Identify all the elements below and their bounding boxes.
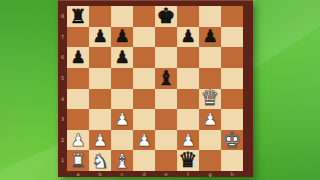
square-a7[interactable] <box>67 27 89 48</box>
chess-board: ♜♚♟♟♟♟♟♟♝♛♟♟♟♟♟♟♚♜♞♝♛ <box>67 6 243 171</box>
white-bishop: ♝ <box>113 151 131 171</box>
rank-label-2: 2 <box>58 130 67 151</box>
file-label-d: d <box>133 171 155 177</box>
square-a3[interactable] <box>67 109 89 130</box>
square-g4[interactable]: ♛ <box>199 89 221 110</box>
square-b3[interactable] <box>89 109 111 130</box>
square-f5[interactable] <box>177 68 199 89</box>
rank-label-7: 7 <box>58 27 67 48</box>
square-g8[interactable] <box>199 6 221 27</box>
square-g7[interactable]: ♟ <box>199 27 221 48</box>
square-d8[interactable] <box>133 6 155 27</box>
square-f7[interactable]: ♟ <box>177 27 199 48</box>
square-c4[interactable] <box>111 89 133 110</box>
square-c2[interactable] <box>111 130 133 151</box>
square-d2[interactable]: ♟ <box>133 130 155 151</box>
square-g6[interactable] <box>199 47 221 68</box>
square-c7[interactable]: ♟ <box>111 27 133 48</box>
square-b2[interactable]: ♟ <box>89 130 111 151</box>
file-label-e: e <box>155 171 177 177</box>
square-h7[interactable] <box>221 27 243 48</box>
rank-label-3: 3 <box>58 109 67 130</box>
black-queen: ♛ <box>179 150 198 171</box>
rank-label-1: 1 <box>58 150 67 171</box>
square-h5[interactable] <box>221 68 243 89</box>
square-c8[interactable] <box>111 6 133 27</box>
white-king: ♚ <box>223 130 242 151</box>
square-c5[interactable] <box>111 68 133 89</box>
square-e5[interactable]: ♝ <box>155 68 177 89</box>
square-h3[interactable] <box>221 109 243 130</box>
square-b5[interactable] <box>89 68 111 89</box>
square-d4[interactable] <box>133 89 155 110</box>
square-g3[interactable]: ♟ <box>199 109 221 130</box>
square-a8[interactable]: ♜ <box>67 6 89 27</box>
black-pawn: ♟ <box>202 28 217 45</box>
square-a4[interactable] <box>67 89 89 110</box>
rank-label-5: 5 <box>58 68 67 89</box>
square-h4[interactable] <box>221 89 243 110</box>
square-b4[interactable] <box>89 89 111 110</box>
square-d3[interactable] <box>133 109 155 130</box>
square-e7[interactable] <box>155 27 177 48</box>
square-d1[interactable] <box>133 150 155 171</box>
square-c1[interactable]: ♝ <box>111 150 133 171</box>
black-pawn: ♟ <box>114 49 129 66</box>
black-pawn: ♟ <box>92 28 107 45</box>
file-label-c: c <box>111 171 133 177</box>
white-knight: ♞ <box>91 151 109 171</box>
square-b7[interactable]: ♟ <box>89 27 111 48</box>
square-f8[interactable] <box>177 6 199 27</box>
square-d6[interactable] <box>133 47 155 68</box>
white-pawn: ♟ <box>180 132 195 149</box>
white-pawn: ♟ <box>136 132 151 149</box>
black-rook: ♜ <box>69 7 86 26</box>
rank-label-6: 6 <box>58 47 67 68</box>
square-h1[interactable] <box>221 150 243 171</box>
square-f1[interactable]: ♛ <box>177 150 199 171</box>
thumbnail-background: ♜♚♟♟♟♟♟♟♝♛♟♟♟♟♟♟♚♜♞♝♛ 87654321 abcdefgh <box>0 0 320 180</box>
black-pawn: ♟ <box>114 28 129 45</box>
rank-label-8: 8 <box>58 6 67 27</box>
square-c6[interactable]: ♟ <box>111 47 133 68</box>
square-d7[interactable] <box>133 27 155 48</box>
file-label-h: h <box>221 171 243 177</box>
black-bishop: ♝ <box>157 68 175 88</box>
square-f3[interactable] <box>177 109 199 130</box>
file-label-a: a <box>67 171 89 177</box>
file-label-f: f <box>177 171 199 177</box>
square-e8[interactable]: ♚ <box>155 6 177 27</box>
square-e2[interactable] <box>155 130 177 151</box>
white-pawn: ♟ <box>70 132 85 149</box>
square-a1[interactable]: ♜ <box>67 150 89 171</box>
square-f4[interactable] <box>177 89 199 110</box>
rank-label-4: 4 <box>58 89 67 110</box>
square-f6[interactable] <box>177 47 199 68</box>
black-king: ♚ <box>157 6 176 27</box>
white-pawn: ♟ <box>114 111 129 128</box>
black-pawn: ♟ <box>70 49 85 66</box>
file-label-b: b <box>89 171 111 177</box>
square-c3[interactable]: ♟ <box>111 109 133 130</box>
white-pawn: ♟ <box>202 111 217 128</box>
square-b8[interactable] <box>89 6 111 27</box>
square-g2[interactable] <box>199 130 221 151</box>
square-e3[interactable] <box>155 109 177 130</box>
square-d5[interactable] <box>133 68 155 89</box>
square-e6[interactable] <box>155 47 177 68</box>
black-pawn: ♟ <box>180 28 195 45</box>
square-e4[interactable] <box>155 89 177 110</box>
square-a2[interactable]: ♟ <box>67 130 89 151</box>
square-g1[interactable] <box>199 150 221 171</box>
square-e1[interactable] <box>155 150 177 171</box>
square-a5[interactable] <box>67 68 89 89</box>
white-rook: ♜ <box>69 151 86 170</box>
square-h8[interactable] <box>221 6 243 27</box>
chess-board-frame: ♜♚♟♟♟♟♟♟♝♛♟♟♟♟♟♟♚♜♞♝♛ 87654321 abcdefgh <box>58 0 253 177</box>
square-a6[interactable]: ♟ <box>67 47 89 68</box>
square-b6[interactable] <box>89 47 111 68</box>
file-label-g: g <box>199 171 221 177</box>
white-queen: ♛ <box>201 88 220 109</box>
square-h6[interactable] <box>221 47 243 68</box>
square-b1[interactable]: ♞ <box>89 150 111 171</box>
white-pawn: ♟ <box>92 132 107 149</box>
square-h2[interactable]: ♚ <box>221 130 243 151</box>
